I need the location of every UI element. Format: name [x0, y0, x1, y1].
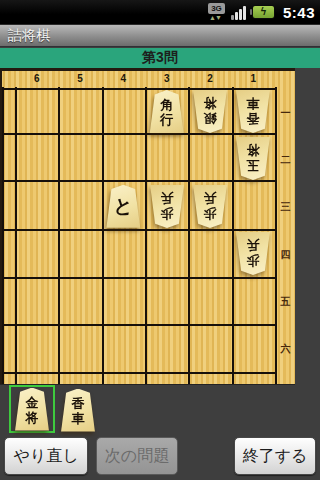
grid-line-vertical	[188, 87, 190, 384]
battery-charging-icon: ϟ	[252, 5, 275, 19]
shogi-piece-bishop[interactable]: 角行	[149, 90, 185, 133]
shogi-piece-lance[interactable]: 香車	[235, 90, 271, 133]
grid-line-horizontal	[2, 180, 277, 182]
hand-piece-slot-lance[interactable]: 香車	[57, 387, 99, 433]
3g-network-icon: 3G ▲▼	[207, 2, 227, 22]
board-frame	[0, 68, 295, 71]
shogi-piece-lance[interactable]: 香車	[60, 389, 96, 432]
clock-text: 5:43	[283, 4, 315, 21]
shogi-piece-pawn[interactable]: 歩兵	[149, 185, 185, 228]
file-label: 2	[200, 73, 220, 84]
title-bar: 詰将棋	[0, 25, 320, 47]
rank-label: 三	[276, 200, 295, 214]
grid-line-vertical	[145, 87, 147, 384]
grid-line-vertical	[232, 87, 234, 384]
rank-label: 五	[276, 295, 295, 309]
grid-line-vertical	[102, 87, 104, 384]
shogi-piece-silver[interactable]: 銀将	[192, 90, 228, 133]
grid-line-vertical	[2, 87, 4, 384]
app-title: 詰将棋	[0, 27, 50, 45]
shogi-piece-king[interactable]: 玉将	[235, 137, 271, 180]
shogi-board[interactable]: 654321一二三四五六角行銀将香車玉将と歩兵歩兵歩兵	[0, 68, 295, 384]
signal-strength-icon	[230, 4, 246, 20]
grid-line-horizontal	[2, 229, 277, 231]
grid-line-horizontal	[2, 277, 277, 279]
shogi-piece-pawn[interactable]: 歩兵	[192, 185, 228, 228]
file-label: 4	[113, 73, 133, 84]
grid-line-vertical	[58, 87, 60, 384]
quit-button[interactable]: 終了する	[234, 437, 316, 475]
rank-label: 六	[276, 342, 295, 356]
grid-line-horizontal	[2, 324, 277, 326]
problem-number-label: 第3問	[142, 49, 178, 67]
retry-button[interactable]: やり直し	[4, 437, 88, 475]
problem-banner: 第3問	[0, 48, 320, 68]
shogi-piece-pawn[interactable]: 歩兵	[235, 232, 271, 275]
next-problem-button[interactable]: 次の問題	[96, 437, 178, 475]
shogi-piece-gold[interactable]: 金将	[14, 388, 50, 431]
file-label: 3	[157, 73, 177, 84]
app: { "game": "shogi", "variant": "tsume-sho…	[0, 0, 320, 480]
file-label: 1	[243, 73, 263, 84]
grid-line-vertical	[275, 87, 277, 384]
hand-piece-slot-gold[interactable]: 金将	[9, 385, 55, 433]
rank-label: 四	[276, 248, 295, 262]
file-label: 5	[70, 73, 90, 84]
rank-label: 二	[276, 153, 295, 167]
network-arrows-icon: ▲▼	[209, 14, 221, 22]
status-bar: 3G ▲▼ ϟ 5:43	[0, 0, 320, 25]
grid-line-horizontal	[2, 372, 277, 374]
lightning-bolt-icon: ϟ	[261, 7, 266, 17]
shogi-piece-tokin[interactable]: と	[105, 185, 141, 228]
file-label: 6	[27, 73, 47, 84]
3g-label: 3G	[208, 3, 225, 14]
grid-line-vertical	[15, 87, 17, 384]
rank-label: 一	[276, 106, 295, 120]
